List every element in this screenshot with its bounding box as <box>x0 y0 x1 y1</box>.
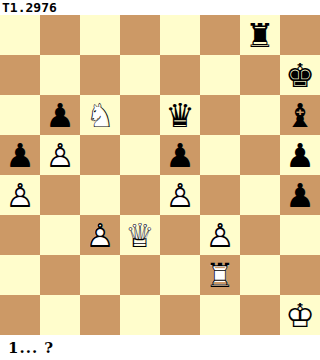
square-g5[interactable] <box>240 135 280 175</box>
square-b7[interactable] <box>40 55 80 95</box>
square-g2[interactable] <box>240 255 280 295</box>
square-c2[interactable] <box>80 255 120 295</box>
status-bar: 1... ? <box>0 335 320 360</box>
square-a6[interactable] <box>0 95 40 135</box>
square-e5[interactable]: ♟ <box>160 135 200 175</box>
square-d5[interactable] <box>120 135 160 175</box>
chess-board: ♜♚♟♞♘♛♝♟♟♙♟♟♟♙♟♙♟♟♙♛♕♟♙♜♖♚♔ <box>0 15 320 335</box>
square-d6[interactable] <box>120 95 160 135</box>
square-e2[interactable] <box>160 255 200 295</box>
square-d8[interactable] <box>120 15 160 55</box>
square-h8[interactable] <box>280 15 320 55</box>
puzzle-title: T1.2976 <box>0 0 57 15</box>
piece-white-pawn[interactable]: ♟♙ <box>0 175 40 215</box>
square-e7[interactable] <box>160 55 200 95</box>
piece-white-king[interactable]: ♚♔ <box>280 295 320 335</box>
piece-black-queen[interactable]: ♛ <box>160 95 200 135</box>
square-f2[interactable]: ♜♖ <box>200 255 240 295</box>
piece-white-knight[interactable]: ♞♘ <box>80 95 120 135</box>
square-a3[interactable] <box>0 215 40 255</box>
square-c1[interactable] <box>80 295 120 335</box>
square-c4[interactable] <box>80 175 120 215</box>
square-f6[interactable] <box>200 95 240 135</box>
square-d3[interactable]: ♛♕ <box>120 215 160 255</box>
piece-black-bishop[interactable]: ♝ <box>280 95 320 135</box>
square-g7[interactable] <box>240 55 280 95</box>
square-h4[interactable]: ♟ <box>280 175 320 215</box>
square-a1[interactable] <box>0 295 40 335</box>
piece-black-pawn[interactable]: ♟ <box>280 135 320 175</box>
square-b1[interactable] <box>40 295 80 335</box>
piece-white-pawn[interactable]: ♟♙ <box>200 215 240 255</box>
piece-black-pawn[interactable]: ♟ <box>40 95 80 135</box>
square-e8[interactable] <box>160 15 200 55</box>
square-e3[interactable] <box>160 215 200 255</box>
square-f7[interactable] <box>200 55 240 95</box>
square-b8[interactable] <box>40 15 80 55</box>
square-c3[interactable]: ♟♙ <box>80 215 120 255</box>
square-c8[interactable] <box>80 15 120 55</box>
square-e1[interactable] <box>160 295 200 335</box>
square-d1[interactable] <box>120 295 160 335</box>
square-a7[interactable] <box>0 55 40 95</box>
piece-white-queen[interactable]: ♛♕ <box>120 215 160 255</box>
piece-black-pawn[interactable]: ♟ <box>0 135 40 175</box>
square-d7[interactable] <box>120 55 160 95</box>
square-a4[interactable]: ♟♙ <box>0 175 40 215</box>
square-f8[interactable] <box>200 15 240 55</box>
square-b5[interactable]: ♟♙ <box>40 135 80 175</box>
piece-white-pawn[interactable]: ♟♙ <box>160 175 200 215</box>
piece-black-king[interactable]: ♚ <box>280 55 320 95</box>
square-g6[interactable] <box>240 95 280 135</box>
square-c5[interactable] <box>80 135 120 175</box>
square-b4[interactable] <box>40 175 80 215</box>
square-h3[interactable] <box>280 215 320 255</box>
square-d4[interactable] <box>120 175 160 215</box>
piece-black-pawn[interactable]: ♟ <box>160 135 200 175</box>
move-prompt: 1... ? <box>0 339 54 357</box>
piece-black-rook[interactable]: ♜ <box>240 15 280 55</box>
square-h7[interactable]: ♚ <box>280 55 320 95</box>
square-f5[interactable] <box>200 135 240 175</box>
square-b3[interactable] <box>40 215 80 255</box>
square-a2[interactable] <box>0 255 40 295</box>
piece-white-rook[interactable]: ♜♖ <box>200 255 240 295</box>
square-c6[interactable]: ♞♘ <box>80 95 120 135</box>
square-f1[interactable] <box>200 295 240 335</box>
square-e6[interactable]: ♛ <box>160 95 200 135</box>
square-h1[interactable]: ♚♔ <box>280 295 320 335</box>
piece-white-pawn[interactable]: ♟♙ <box>40 135 80 175</box>
square-d2[interactable] <box>120 255 160 295</box>
piece-white-pawn[interactable]: ♟♙ <box>80 215 120 255</box>
square-b2[interactable] <box>40 255 80 295</box>
square-g1[interactable] <box>240 295 280 335</box>
square-c7[interactable] <box>80 55 120 95</box>
square-a8[interactable] <box>0 15 40 55</box>
piece-black-pawn[interactable]: ♟ <box>280 175 320 215</box>
title-bar: T1.2976 <box>0 0 320 15</box>
square-b6[interactable]: ♟ <box>40 95 80 135</box>
square-h2[interactable] <box>280 255 320 295</box>
square-h6[interactable]: ♝ <box>280 95 320 135</box>
square-g4[interactable] <box>240 175 280 215</box>
square-e4[interactable]: ♟♙ <box>160 175 200 215</box>
square-f4[interactable] <box>200 175 240 215</box>
square-f3[interactable]: ♟♙ <box>200 215 240 255</box>
square-a5[interactable]: ♟ <box>0 135 40 175</box>
square-h5[interactable]: ♟ <box>280 135 320 175</box>
square-g8[interactable]: ♜ <box>240 15 280 55</box>
square-g3[interactable] <box>240 215 280 255</box>
